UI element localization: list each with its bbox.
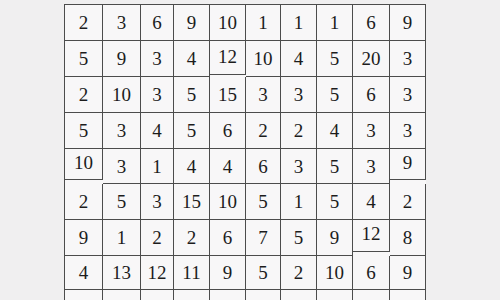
grid-cell: 4	[210, 149, 246, 184]
grid-cell: 5	[317, 41, 353, 77]
number-grid: 2369101116959341210452032103515335635345…	[64, 4, 426, 300]
grid-cell: 5	[65, 41, 103, 77]
grid-cell: 6	[353, 77, 390, 113]
grid-cell-partial	[174, 290, 210, 300]
grid-cell: 2	[65, 184, 103, 220]
grid-cell: 3	[103, 5, 141, 41]
grid-cell: 3	[281, 149, 317, 184]
grid-cell: 5	[281, 220, 317, 256]
grid-cell: 2	[141, 220, 174, 256]
grid-cell: 4	[174, 41, 210, 77]
grid-cell: 1	[141, 149, 174, 184]
grid-cell: 10	[210, 5, 246, 41]
grid-cell-partial	[65, 290, 103, 300]
grid-cell: 3	[353, 149, 390, 184]
grid-cell: 2	[174, 220, 210, 256]
grid-cell: 5	[317, 149, 353, 184]
grid-cell: 5	[174, 113, 210, 149]
grid-cell: 5	[65, 113, 103, 149]
grid-cell: 6	[141, 5, 174, 41]
grid-cell: 1	[281, 5, 317, 41]
grid-cell-partial	[103, 290, 141, 300]
grid-cell: 5	[317, 184, 353, 220]
grid-cell: 3	[390, 113, 426, 149]
grid-cell: 5	[246, 256, 281, 290]
grid-cell: 9	[317, 220, 353, 256]
grid-cell: 4	[353, 184, 390, 220]
grid-cell: 1	[103, 220, 141, 256]
grid-cell: 5	[317, 77, 353, 113]
grid-cell: 12	[353, 216, 390, 252]
grid-cell: 2	[390, 184, 426, 220]
grid-cell-partial	[353, 290, 390, 300]
grid-cell: 4	[174, 149, 210, 184]
grid-cell: 3	[103, 149, 141, 184]
grid-cell: 2	[65, 5, 103, 41]
grid-cell: 15	[174, 184, 210, 220]
grid-cell: 1	[317, 5, 353, 41]
grid-cell-partial	[390, 290, 426, 300]
grid-cell: 2	[65, 77, 103, 113]
grid-cell-partial	[317, 290, 353, 300]
grid-cell: 5	[174, 77, 210, 113]
grid-cell: 9	[390, 145, 426, 180]
grid-cell: 3	[390, 41, 426, 77]
grid-cell: 10	[65, 145, 103, 180]
grid-cell: 15	[210, 77, 246, 113]
grid-cell: 4	[281, 41, 317, 77]
grid-cell: 9	[65, 220, 103, 256]
grid-cell: 2	[246, 113, 281, 149]
grid-cell: 5	[103, 184, 141, 220]
grid-cell: 6	[246, 149, 281, 184]
grid-cell: 6	[210, 220, 246, 256]
grid-cell: 10	[246, 41, 281, 77]
grid-cell: 10	[317, 256, 353, 290]
grid-cell: 3	[141, 77, 174, 113]
grid-cell: 20	[353, 41, 390, 77]
worksheet-page: 2369101116959341210452032103515335635345…	[0, 0, 500, 300]
grid-cell: 2	[281, 256, 317, 290]
grid-cell: 9	[390, 5, 426, 41]
grid-cell: 6	[210, 113, 246, 149]
grid-cell: 1	[281, 184, 317, 220]
grid-cell: 4	[317, 113, 353, 149]
grid-cell: 6	[353, 256, 390, 290]
grid-cell: 4	[141, 113, 174, 149]
grid-cell-partial	[141, 290, 174, 300]
grid-cell: 2	[281, 113, 317, 149]
grid-cell: 10	[210, 184, 246, 220]
grid-cell-partial	[246, 290, 281, 300]
grid-cell: 9	[210, 256, 246, 290]
grid-cell: 7	[246, 220, 281, 256]
grid-cell: 9	[174, 5, 210, 41]
grid-cell: 3	[353, 113, 390, 149]
grid-cell-partial	[210, 290, 246, 300]
grid-cell: 13	[103, 256, 141, 290]
grid-cell: 9	[103, 41, 141, 77]
grid-cell: 4	[65, 256, 103, 290]
grid-cell: 3	[281, 77, 317, 113]
grid-cell: 9	[390, 256, 426, 290]
grid-cell: 3	[246, 77, 281, 113]
grid-cell: 11	[174, 256, 210, 290]
grid-cell: 3	[103, 113, 141, 149]
grid-cell: 3	[390, 77, 426, 113]
grid-cell: 3	[141, 184, 174, 220]
grid-cell: 12	[210, 39, 246, 75]
grid-cell: 12	[141, 256, 174, 290]
grid-cell-partial	[281, 290, 317, 300]
grid-cell: 3	[141, 41, 174, 77]
grid-cell: 6	[353, 5, 390, 41]
grid-cell: 8	[390, 220, 426, 256]
grid-cell: 5	[246, 184, 281, 220]
grid-cell: 10	[103, 77, 141, 113]
grid-cell: 1	[246, 5, 281, 41]
